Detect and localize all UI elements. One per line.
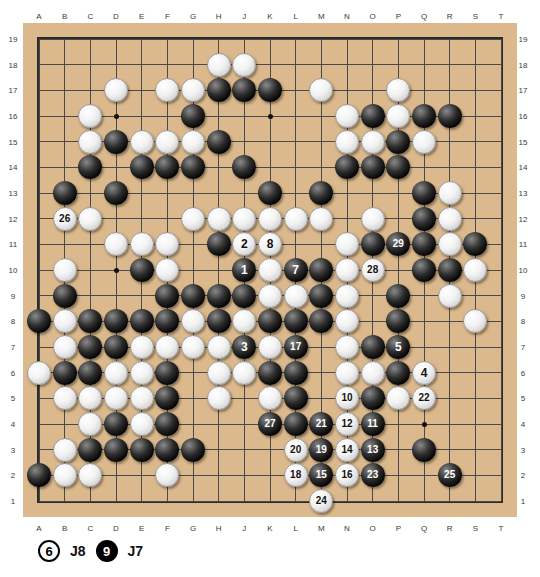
stone-G9 — [181, 284, 205, 308]
caption-move-number: 6 — [45, 544, 52, 559]
stone-D7 — [104, 335, 128, 359]
column-label-top: C — [87, 12, 93, 21]
move-number: 12 — [341, 419, 352, 429]
row-label-right: 4 — [521, 420, 525, 429]
stone-H12 — [207, 207, 231, 231]
stone-K7 — [258, 335, 282, 359]
column-label-top: A — [36, 12, 41, 21]
stone-F6 — [155, 361, 179, 385]
stone-R12 — [438, 207, 462, 231]
move-number: 28 — [367, 265, 378, 275]
row-label-left: 2 — [11, 471, 15, 480]
column-label-top: P — [396, 12, 401, 21]
stone-O2: 23 — [361, 463, 385, 487]
move-number: 24 — [316, 496, 327, 506]
stone-O4: 11 — [361, 412, 385, 436]
move-number: 3 — [241, 341, 248, 353]
row-label-left: 17 — [9, 86, 18, 95]
column-label-bottom: F — [165, 524, 170, 533]
column-label-top: O — [370, 12, 376, 21]
move-number: 17 — [290, 342, 301, 352]
stone-E7 — [130, 335, 154, 359]
stone-N9 — [335, 284, 359, 308]
move-number: 10 — [341, 393, 352, 403]
move-number: 7 — [292, 264, 299, 276]
stone-R10 — [438, 258, 462, 282]
stone-L12 — [284, 207, 308, 231]
stone-H6 — [207, 361, 231, 385]
stone-B10 — [53, 258, 77, 282]
row-label-left: 11 — [9, 240, 17, 249]
stone-L9 — [284, 284, 308, 308]
stone-H17 — [207, 78, 231, 102]
row-label-right: 5 — [521, 394, 525, 403]
stone-C15 — [78, 130, 102, 154]
stone-J6 — [232, 361, 256, 385]
stone-G3 — [181, 438, 205, 462]
star-point — [114, 114, 119, 119]
move-number: 27 — [264, 419, 275, 429]
stone-Q3 — [412, 438, 436, 462]
stone-H15 — [207, 130, 231, 154]
stone-N10 — [335, 258, 359, 282]
stone-R9 — [438, 284, 462, 308]
row-label-right: 13 — [519, 189, 528, 198]
row-label-right: 12 — [519, 214, 528, 223]
stone-Q15 — [412, 130, 436, 154]
star-point — [268, 114, 273, 119]
stone-N15 — [335, 130, 359, 154]
stone-B8 — [53, 309, 77, 333]
column-label-bottom: C — [87, 524, 93, 533]
row-label-left: 14 — [9, 163, 18, 172]
row-label-left: 15 — [9, 137, 18, 146]
column-label-top: Q — [421, 12, 427, 21]
go-board: 2628291728317541022272112112019141318151… — [23, 23, 517, 517]
stone-H7 — [207, 335, 231, 359]
column-label-top: T — [499, 12, 504, 21]
stone-H9 — [207, 284, 231, 308]
column-label-bottom: E — [139, 524, 144, 533]
stone-B2 — [53, 463, 77, 487]
stone-M12 — [309, 207, 333, 231]
column-label-top: J — [242, 12, 246, 21]
stone-N3: 14 — [335, 438, 359, 462]
row-label-right: 10 — [519, 266, 528, 275]
caption-black-stone-icon: 9 — [96, 540, 118, 562]
stone-H8 — [207, 309, 231, 333]
caption-coordinate: J8 — [70, 543, 86, 559]
stone-O12 — [361, 207, 385, 231]
row-label-right: 14 — [519, 163, 528, 172]
stone-G15 — [181, 130, 205, 154]
stone-A6 — [27, 361, 51, 385]
move-number: 29 — [393, 239, 404, 249]
move-number: 21 — [316, 419, 327, 429]
stone-B7 — [53, 335, 77, 359]
column-label-bottom: R — [447, 524, 453, 533]
stone-M9 — [309, 284, 333, 308]
stone-O7 — [361, 335, 385, 359]
stone-B3 — [53, 438, 77, 462]
row-label-right: 18 — [519, 60, 528, 69]
stone-F15 — [155, 130, 179, 154]
move-number: 22 — [418, 393, 429, 403]
move-number: 4 — [421, 367, 428, 379]
column-label-top: S — [473, 12, 478, 21]
row-label-left: 12 — [9, 214, 18, 223]
move-number: 14 — [341, 445, 352, 455]
row-label-left: 13 — [9, 189, 18, 198]
row-label-right: 6 — [521, 368, 525, 377]
move-number: 19 — [316, 445, 327, 455]
row-label-left: 16 — [9, 112, 18, 121]
stone-K4: 27 — [258, 412, 282, 436]
stone-B5 — [53, 386, 77, 410]
column-label-top: H — [216, 12, 222, 21]
star-point — [114, 268, 119, 273]
column-label-bottom: D — [113, 524, 119, 533]
stone-B9 — [53, 284, 77, 308]
column-label-bottom: P — [396, 524, 401, 533]
stone-Q6: 4 — [412, 361, 436, 385]
stone-M3: 19 — [309, 438, 333, 462]
stone-K13 — [258, 181, 282, 205]
caption-move-number: 9 — [103, 544, 110, 559]
stone-K12 — [258, 207, 282, 231]
column-label-bottom: K — [267, 524, 272, 533]
column-label-bottom: T — [499, 524, 504, 533]
column-label-top: R — [447, 12, 453, 21]
column-label-top: N — [344, 12, 350, 21]
column-label-bottom: B — [62, 524, 67, 533]
stone-O5 — [361, 386, 385, 410]
stone-L8 — [284, 309, 308, 333]
stone-N6 — [335, 361, 359, 385]
stone-E14 — [130, 155, 154, 179]
row-label-left: 3 — [11, 445, 15, 454]
stone-C3 — [78, 438, 102, 462]
caption-white-stone-icon: 6 — [38, 540, 60, 562]
stone-H18 — [207, 53, 231, 77]
stone-P6 — [386, 361, 410, 385]
column-label-bottom: A — [36, 524, 41, 533]
row-label-right: 7 — [521, 343, 525, 352]
row-label-right: 19 — [519, 35, 528, 44]
column-label-top: F — [165, 12, 170, 21]
row-label-left: 4 — [11, 420, 15, 429]
column-label-bottom: O — [370, 524, 376, 533]
stone-O15 — [361, 130, 385, 154]
row-label-left: 7 — [11, 343, 15, 352]
stone-Q10 — [412, 258, 436, 282]
move-number: 20 — [290, 445, 301, 455]
caption-coordinate: J7 — [128, 543, 144, 559]
stone-O6 — [361, 361, 385, 385]
row-label-left: 6 — [11, 368, 15, 377]
row-label-right: 1 — [521, 497, 525, 506]
row-label-left: 18 — [9, 60, 18, 69]
stone-B13 — [53, 181, 77, 205]
row-label-right: 9 — [521, 291, 525, 300]
stone-J18 — [232, 53, 256, 77]
move-number: 23 — [367, 470, 378, 480]
row-label-left: 1 — [11, 497, 15, 506]
stone-R11 — [438, 232, 462, 256]
column-label-top: B — [62, 12, 67, 21]
stone-K9 — [258, 284, 282, 308]
stone-F3 — [155, 438, 179, 462]
row-label-right: 16 — [519, 112, 528, 121]
stone-Q13 — [412, 181, 436, 205]
stone-O10: 28 — [361, 258, 385, 282]
stone-E8 — [130, 309, 154, 333]
stone-L5 — [284, 386, 308, 410]
column-label-top: K — [267, 12, 272, 21]
stone-B6 — [53, 361, 77, 385]
stone-P9 — [386, 284, 410, 308]
stone-O16 — [361, 104, 385, 128]
row-label-left: 9 — [11, 291, 15, 300]
stone-E5 — [130, 386, 154, 410]
stone-E6 — [130, 361, 154, 385]
stone-M1: 24 — [309, 489, 333, 513]
column-label-top: G — [190, 12, 196, 21]
row-label-left: 8 — [11, 317, 15, 326]
stone-Q16 — [412, 104, 436, 128]
column-label-top: D — [113, 12, 119, 21]
column-label-bottom: J — [242, 524, 246, 533]
column-label-bottom: L — [293, 524, 297, 533]
column-label-bottom: H — [216, 524, 222, 533]
move-number: 18 — [290, 470, 301, 480]
stone-J12 — [232, 207, 256, 231]
stone-B12: 26 — [53, 207, 77, 231]
column-label-bottom: G — [190, 524, 196, 533]
grid-line — [39, 501, 501, 502]
stone-D6 — [104, 361, 128, 385]
stone-G16 — [181, 104, 205, 128]
stone-D13 — [104, 181, 128, 205]
stone-F9 — [155, 284, 179, 308]
move-number: 25 — [444, 470, 455, 480]
stone-D15 — [104, 130, 128, 154]
move-number: 1 — [241, 264, 248, 276]
stone-L10: 7 — [284, 258, 308, 282]
move-number: 2 — [241, 238, 248, 250]
stone-O11 — [361, 232, 385, 256]
move-number: 16 — [341, 470, 352, 480]
move-number: 26 — [59, 214, 70, 224]
column-label-bottom: Q — [421, 524, 427, 533]
grid-line — [501, 39, 502, 501]
stone-Q12 — [412, 207, 436, 231]
stone-N16 — [335, 104, 359, 128]
row-label-right: 8 — [521, 317, 525, 326]
stone-D4 — [104, 412, 128, 436]
stone-K6 — [258, 361, 282, 385]
column-label-top: M — [318, 12, 325, 21]
row-label-left: 19 — [9, 35, 18, 44]
move-number: 13 — [367, 445, 378, 455]
go-diagram-page: 2628291728317541022272112112019141318151… — [0, 0, 540, 577]
stone-J9 — [232, 284, 256, 308]
grid-line — [39, 475, 501, 476]
stone-P15 — [386, 130, 410, 154]
column-label-bottom: S — [473, 524, 478, 533]
stone-L3: 20 — [284, 438, 308, 462]
stone-K10 — [258, 258, 282, 282]
row-label-right: 3 — [521, 445, 525, 454]
stone-R13 — [438, 181, 462, 205]
stone-C12 — [78, 207, 102, 231]
stone-L7: 17 — [284, 335, 308, 359]
stone-D3 — [104, 438, 128, 462]
stone-R2: 25 — [438, 463, 462, 487]
stone-E3 — [130, 438, 154, 462]
stone-C6 — [78, 361, 102, 385]
column-label-bottom: M — [318, 524, 325, 533]
row-label-left: 5 — [11, 394, 15, 403]
caption: 6 J8 9 J7 — [38, 539, 143, 563]
move-number: 8 — [267, 238, 274, 250]
stone-L4 — [284, 412, 308, 436]
stone-G7 — [181, 335, 205, 359]
move-number: 15 — [316, 470, 327, 480]
stone-G12 — [181, 207, 205, 231]
row-label-left: 10 — [9, 266, 18, 275]
stone-N4: 12 — [335, 412, 359, 436]
stone-N7 — [335, 335, 359, 359]
stone-E15 — [130, 130, 154, 154]
column-label-top: L — [293, 12, 297, 21]
row-label-right: 17 — [519, 86, 528, 95]
row-label-right: 2 — [521, 471, 525, 480]
stone-H5 — [207, 386, 231, 410]
column-label-bottom: N — [344, 524, 350, 533]
stone-L2: 18 — [284, 463, 308, 487]
stone-E10 — [130, 258, 154, 282]
stone-H11 — [207, 232, 231, 256]
column-label-top: E — [139, 12, 144, 21]
stone-R16 — [438, 104, 462, 128]
row-label-right: 15 — [519, 137, 528, 146]
stone-L6 — [284, 361, 308, 385]
stone-O3: 13 — [361, 438, 385, 462]
stone-E11 — [130, 232, 154, 256]
row-label-right: 11 — [519, 240, 527, 249]
star-point — [422, 422, 427, 427]
move-number: 5 — [395, 341, 402, 353]
stone-E4 — [130, 412, 154, 436]
move-number: 11 — [367, 419, 378, 429]
stone-O14 — [361, 155, 385, 179]
